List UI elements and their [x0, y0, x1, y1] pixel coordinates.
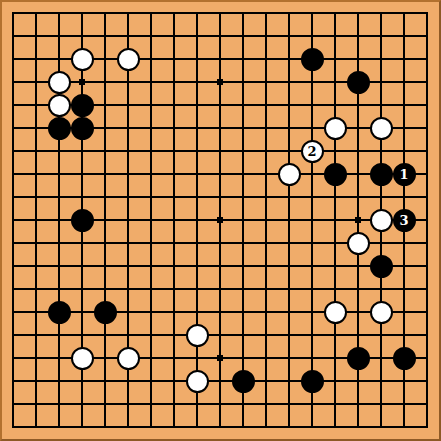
stone-black-L3[interactable] [232, 370, 255, 393]
stone-black-S10[interactable]: 3 [393, 209, 416, 232]
stone-black-C6[interactable] [48, 301, 71, 324]
stone-black-Q4[interactable] [347, 347, 370, 370]
stone-white-D17[interactable] [71, 48, 94, 71]
stone-black-R12[interactable] [370, 163, 393, 186]
stone-white-R6[interactable] [370, 301, 393, 324]
stone-white-F17[interactable] [117, 48, 140, 71]
star-point [217, 217, 223, 223]
stone-white-N12[interactable] [278, 163, 301, 186]
stone-black-O17[interactable] [301, 48, 324, 71]
stone-black-Q16[interactable] [347, 71, 370, 94]
stone-black-D15[interactable] [71, 94, 94, 117]
star-point [217, 355, 223, 361]
stone-white-C16[interactable] [48, 71, 71, 94]
stone-white-O13[interactable]: 2 [301, 140, 324, 163]
stone-white-Q9[interactable] [347, 232, 370, 255]
stone-black-D14[interactable] [71, 117, 94, 140]
stone-white-P14[interactable] [324, 117, 347, 140]
stone-white-P6[interactable] [324, 301, 347, 324]
stone-black-R8[interactable] [370, 255, 393, 278]
stone-white-R10[interactable] [370, 209, 393, 232]
stone-white-J5[interactable] [186, 324, 209, 347]
stone-black-C14[interactable] [48, 117, 71, 140]
stone-black-S4[interactable] [393, 347, 416, 370]
stone-white-C15[interactable] [48, 94, 71, 117]
stone-black-S12[interactable]: 1 [393, 163, 416, 186]
stone-black-O3[interactable] [301, 370, 324, 393]
go-board[interactable]: 213 [0, 0, 441, 441]
stone-white-J3[interactable] [186, 370, 209, 393]
stone-black-D10[interactable] [71, 209, 94, 232]
stone-white-R14[interactable] [370, 117, 393, 140]
stone-white-F4[interactable] [117, 347, 140, 370]
stone-white-D4[interactable] [71, 347, 94, 370]
stone-black-E6[interactable] [94, 301, 117, 324]
star-point [355, 217, 361, 223]
stone-black-P12[interactable] [324, 163, 347, 186]
star-point [217, 79, 223, 85]
star-point [79, 79, 85, 85]
